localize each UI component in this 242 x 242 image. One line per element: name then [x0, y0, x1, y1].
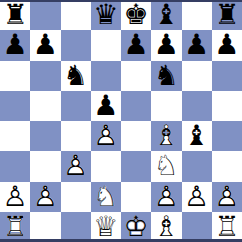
- piece-glyph: ♟: [124, 31, 149, 59]
- square-b3[interactable]: [30, 151, 60, 181]
- chess-board: ♜♛♚♝♜♟♟♟♟♟♟♞♞♟♟♙♝♗♝♟♙♞♘♟♙♟♙♞♘♟♙♟♙♟♙♜♖♛♕♚…: [0, 0, 242, 242]
- piece-outline-layer: ♙: [154, 183, 179, 211]
- square-b6[interactable]: [30, 61, 60, 91]
- square-a5[interactable]: [0, 91, 30, 121]
- piece-glyph: ♟: [184, 31, 209, 59]
- piece-outline-layer: ♖: [214, 213, 239, 241]
- piece-outline-layer: ♙: [214, 183, 239, 211]
- square-c2[interactable]: [61, 182, 91, 212]
- square-b5[interactable]: [30, 91, 60, 121]
- piece-black-rook[interactable]: ♜: [3, 1, 28, 29]
- square-c3[interactable]: ♟♙: [61, 151, 91, 181]
- piece-outline-layer: ♙: [33, 183, 58, 211]
- chess-app: ♜♛♚♝♜♟♟♟♟♟♟♞♞♟♟♙♝♗♝♟♙♞♘♟♙♟♙♞♘♟♙♟♙♟♙♜♖♛♕♚…: [0, 0, 242, 242]
- square-f3[interactable]: ♞♘: [151, 151, 181, 181]
- square-d7[interactable]: [91, 30, 121, 60]
- piece-glyph: ♚: [124, 1, 149, 29]
- square-f4[interactable]: ♝♗: [151, 121, 181, 151]
- square-g7[interactable]: ♟: [182, 30, 212, 60]
- piece-black-king[interactable]: ♚: [124, 1, 149, 29]
- piece-glyph: ♛: [93, 1, 118, 29]
- square-h4[interactable]: [212, 121, 242, 151]
- piece-outline-layer: ♖: [3, 213, 28, 241]
- square-d4[interactable]: ♟♙: [91, 121, 121, 151]
- square-d8[interactable]: ♛: [91, 0, 121, 30]
- square-h2[interactable]: ♟♙: [212, 182, 242, 212]
- piece-black-pawn[interactable]: ♟: [184, 31, 209, 59]
- piece-outline-layer: ♕: [93, 213, 118, 241]
- square-h1[interactable]: ♜♖: [212, 212, 242, 242]
- piece-black-knight[interactable]: ♞: [63, 62, 88, 90]
- piece-glyph: ♟: [33, 31, 58, 59]
- piece-black-queen[interactable]: ♛: [93, 1, 118, 29]
- square-a3[interactable]: [0, 151, 30, 181]
- piece-outline-layer: ♙: [3, 183, 28, 211]
- square-b1[interactable]: [30, 212, 60, 242]
- piece-black-pawn[interactable]: ♟: [214, 31, 239, 59]
- square-e3[interactable]: [121, 151, 151, 181]
- square-g1[interactable]: [182, 212, 212, 242]
- piece-glyph: ♟: [3, 31, 28, 59]
- square-d5[interactable]: ♟: [91, 91, 121, 121]
- piece-glyph: ♟: [214, 31, 239, 59]
- square-d3[interactable]: [91, 151, 121, 181]
- square-b7[interactable]: ♟: [30, 30, 60, 60]
- piece-black-pawn[interactable]: ♟: [3, 31, 28, 59]
- piece-white-pawn[interactable]: ♟♙: [33, 183, 58, 211]
- square-b2[interactable]: ♟♙: [30, 182, 60, 212]
- piece-white-king[interactable]: ♚♔: [124, 213, 149, 241]
- piece-white-pawn[interactable]: ♟♙: [63, 152, 88, 180]
- square-c6[interactable]: ♞: [61, 61, 91, 91]
- piece-outline-layer: ♘: [154, 152, 179, 180]
- piece-glyph: ♜: [3, 1, 28, 29]
- square-b8[interactable]: [30, 0, 60, 30]
- piece-black-pawn[interactable]: ♟: [124, 31, 149, 59]
- piece-white-bishop[interactable]: ♝♗: [154, 213, 179, 241]
- piece-black-pawn[interactable]: ♟: [33, 31, 58, 59]
- piece-outline-layer: ♘: [93, 183, 118, 211]
- piece-outline-layer: ♙: [63, 152, 88, 180]
- square-f8[interactable]: ♝: [151, 0, 181, 30]
- piece-white-knight[interactable]: ♞♘: [154, 152, 179, 180]
- piece-white-rook[interactable]: ♜♖: [3, 213, 28, 241]
- piece-white-pawn[interactable]: ♟♙: [3, 183, 28, 211]
- square-d1[interactable]: ♛♕: [91, 212, 121, 242]
- piece-glyph: ♞: [63, 62, 88, 90]
- square-c8[interactable]: [61, 0, 91, 30]
- square-g8[interactable]: [182, 0, 212, 30]
- square-g2[interactable]: ♟♙: [182, 182, 212, 212]
- piece-black-pawn[interactable]: ♟: [93, 92, 118, 120]
- piece-outline-layer: ♙: [93, 122, 118, 150]
- piece-outline-layer: ♗: [154, 122, 179, 150]
- square-a6[interactable]: [0, 61, 30, 91]
- square-b4[interactable]: [30, 121, 60, 151]
- square-e5[interactable]: [121, 91, 151, 121]
- square-f6[interactable]: ♞: [151, 61, 181, 91]
- square-f1[interactable]: ♝♗: [151, 212, 181, 242]
- square-h8[interactable]: ♜: [212, 0, 242, 30]
- piece-white-bishop[interactable]: ♝♗: [154, 122, 179, 150]
- piece-glyph: ♟: [154, 31, 179, 59]
- piece-black-pawn[interactable]: ♟: [154, 31, 179, 59]
- piece-black-bishop[interactable]: ♝: [184, 122, 209, 150]
- piece-glyph: ♞: [154, 62, 179, 90]
- piece-outline-layer: ♗: [154, 213, 179, 241]
- piece-white-knight[interactable]: ♞♘: [93, 183, 118, 211]
- piece-outline-layer: ♙: [184, 183, 209, 211]
- piece-glyph: ♜: [214, 1, 239, 29]
- piece-white-rook[interactable]: ♜♖: [214, 213, 239, 241]
- square-a1[interactable]: ♜♖: [0, 212, 30, 242]
- piece-black-bishop[interactable]: ♝: [154, 1, 179, 29]
- square-a8[interactable]: ♜: [0, 0, 30, 30]
- square-f2[interactable]: ♟♙: [151, 182, 181, 212]
- square-e8[interactable]: ♚: [121, 0, 151, 30]
- square-g4[interactable]: ♝: [182, 121, 212, 151]
- square-g3[interactable]: [182, 151, 212, 181]
- piece-white-pawn[interactable]: ♟♙: [93, 122, 118, 150]
- square-h3[interactable]: [212, 151, 242, 181]
- square-e2[interactable]: [121, 182, 151, 212]
- square-f5[interactable]: [151, 91, 181, 121]
- piece-glyph: ♝: [184, 122, 209, 150]
- square-g5[interactable]: [182, 91, 212, 121]
- square-a7[interactable]: ♟: [0, 30, 30, 60]
- square-d6[interactable]: [91, 61, 121, 91]
- piece-white-pawn[interactable]: ♟♙: [154, 183, 179, 211]
- square-h7[interactable]: ♟: [212, 30, 242, 60]
- square-g6[interactable]: [182, 61, 212, 91]
- board-border-top: [0, 0, 242, 2]
- square-e4[interactable]: [121, 121, 151, 151]
- square-c7[interactable]: [61, 30, 91, 60]
- square-c1[interactable]: [61, 212, 91, 242]
- square-e1[interactable]: ♚♔: [121, 212, 151, 242]
- piece-outline-layer: ♔: [124, 213, 149, 241]
- square-h5[interactable]: [212, 91, 242, 121]
- square-a4[interactable]: [0, 121, 30, 151]
- piece-glyph: ♝: [154, 1, 179, 29]
- square-a2[interactable]: ♟♙: [0, 182, 30, 212]
- square-c4[interactable]: [61, 121, 91, 151]
- piece-white-pawn[interactable]: ♟♙: [214, 183, 239, 211]
- square-f7[interactable]: ♟: [151, 30, 181, 60]
- square-d2[interactable]: ♞♘: [91, 182, 121, 212]
- piece-white-queen[interactable]: ♛♕: [93, 213, 118, 241]
- piece-glyph: ♟: [93, 92, 118, 120]
- square-e6[interactable]: [121, 61, 151, 91]
- square-h6[interactable]: [212, 61, 242, 91]
- piece-white-pawn[interactable]: ♟♙: [184, 183, 209, 211]
- piece-black-rook[interactable]: ♜: [214, 1, 239, 29]
- piece-black-knight[interactable]: ♞: [154, 62, 179, 90]
- square-e7[interactable]: ♟: [121, 30, 151, 60]
- square-c5[interactable]: [61, 91, 91, 121]
